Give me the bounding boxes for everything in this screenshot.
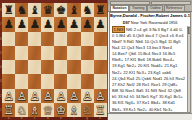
piece-black-r-h8: ♜ xyxy=(95,3,105,17)
piece-black-p-h7: ♟ xyxy=(95,17,105,31)
piece-white-k-e1: ♔ xyxy=(56,103,66,117)
rank-label-4: 4 xyxy=(0,60,2,74)
square-b3[interactable] xyxy=(15,74,28,88)
square-h2[interactable]: ♙ xyxy=(94,89,107,103)
square-c2[interactable]: ♙ xyxy=(28,89,41,103)
square-h8[interactable]: ♜ xyxy=(94,3,107,17)
bottom-pane xyxy=(108,113,192,120)
chess-board: ♜♞♝♛♚♝♞♜♟♟♟♟♟♟♟♟♙♙♙♙♙♙♙♙♖♘♗♕♔♗♘♖ xyxy=(2,3,107,117)
rank-label-8: 8 xyxy=(0,3,2,17)
square-c8[interactable]: ♝ xyxy=(28,3,41,17)
square-e7[interactable]: ♟ xyxy=(54,17,67,31)
piece-black-p-c7: ♟ xyxy=(30,17,40,31)
square-a5[interactable] xyxy=(2,46,15,60)
move-list[interactable]: 1.Nf3 Nf6 2.c4 g6 3.Nc3 Bg7 4.d4 0-0 5.B… xyxy=(111,26,186,112)
square-a6[interactable] xyxy=(2,32,15,46)
notation-pane: Byrne,Donald - Fischer,Robert James 0-1 … xyxy=(109,12,191,113)
piece-white-p-g2: ♙ xyxy=(82,89,92,103)
square-d4[interactable] xyxy=(41,60,54,74)
piece-black-r-a8: ♜ xyxy=(3,3,13,17)
piece-black-p-d7: ♟ xyxy=(43,17,53,31)
tab-notation[interactable]: Notation xyxy=(110,5,129,11)
square-e3[interactable] xyxy=(54,74,67,88)
square-h3[interactable] xyxy=(94,74,107,88)
piece-white-r-h1: ♖ xyxy=(95,103,105,117)
chess-board-frame: ♜♞♝♛♚♝♞♜♟♟♟♟♟♟♟♟♙♙♙♙♙♙♙♙♖♘♗♕♔♗♘♖ a b c d… xyxy=(0,0,107,120)
square-f4[interactable] xyxy=(67,60,80,74)
square-c5[interactable] xyxy=(28,46,41,60)
rank-label-3: 3 xyxy=(0,74,2,88)
rank-label-1: 1 xyxy=(0,103,2,117)
square-c4[interactable] xyxy=(28,60,41,74)
file-label-d: d xyxy=(41,117,54,120)
square-g5[interactable] xyxy=(81,46,94,60)
square-c6[interactable] xyxy=(28,32,41,46)
square-e5[interactable] xyxy=(54,46,67,60)
piece-white-b-f1: ♗ xyxy=(69,103,79,117)
square-f6[interactable] xyxy=(67,32,80,46)
piece-white-q-d1: ♕ xyxy=(43,103,53,117)
piece-black-p-b7: ♟ xyxy=(16,17,26,31)
piece-black-p-g7: ♟ xyxy=(82,17,92,31)
square-b1[interactable]: ♘ xyxy=(15,103,28,117)
square-b4[interactable] xyxy=(15,60,28,74)
square-f7[interactable]: ♟ xyxy=(67,17,80,31)
square-d2[interactable]: ♙ xyxy=(41,89,54,103)
rank-label-7: 7 xyxy=(0,17,2,31)
square-h7[interactable]: ♟ xyxy=(94,17,107,31)
piece-white-p-h2: ♙ xyxy=(95,89,105,103)
file-label-e: e xyxy=(54,117,67,120)
square-f1[interactable]: ♗ xyxy=(67,103,80,117)
square-d5[interactable] xyxy=(41,46,54,60)
square-d6[interactable] xyxy=(41,32,54,46)
square-e1[interactable]: ♔ xyxy=(54,103,67,117)
piece-black-n-b8: ♞ xyxy=(16,3,26,17)
piece-black-k-e8: ♚ xyxy=(56,3,66,17)
event-name: New York Rosenwald 1956 xyxy=(131,20,178,25)
game-event-line: D97 New York Rosenwald 1956 xyxy=(110,20,190,26)
square-f8[interactable]: ♝ xyxy=(67,3,80,17)
square-a7[interactable]: ♟ xyxy=(2,17,15,31)
square-f3[interactable] xyxy=(67,74,80,88)
square-g7[interactable]: ♟ xyxy=(81,17,94,31)
piece-white-p-a2: ♙ xyxy=(3,89,13,103)
game-players-header: Byrne,Donald - Fischer,Robert James 0-1 xyxy=(110,13,190,20)
piece-black-n-g8: ♞ xyxy=(82,3,92,17)
square-d3[interactable] xyxy=(41,74,54,88)
scrollbar-thumb[interactable] xyxy=(188,27,191,34)
movetext[interactable]: Nf6 2.c4 g6 3.Nc3 Bg7 4.d4 0-0 5.Bf4 d5 … xyxy=(112,27,185,113)
rank-label-6: 6 xyxy=(0,32,2,46)
file-label-g: g xyxy=(81,117,94,120)
square-g3[interactable] xyxy=(81,74,94,88)
square-a4[interactable] xyxy=(2,60,15,74)
file-label-h: h xyxy=(94,117,107,120)
square-a2[interactable]: ♙ xyxy=(2,89,15,103)
rank-label-5: 5 xyxy=(0,46,2,60)
square-g6[interactable] xyxy=(81,32,94,46)
rank-coordinates: 8 7 6 5 4 3 2 1 xyxy=(0,3,2,117)
square-d1[interactable]: ♕ xyxy=(41,103,54,117)
file-label-c: c xyxy=(28,117,41,120)
tab-outline[interactable]: Outline xyxy=(147,5,163,11)
chess-app-screen: ♜♞♝♛♚♝♞♜♟♟♟♟♟♟♟♟♙♙♙♙♙♙♙♙♖♘♗♕♔♗♘♖ a b c d… xyxy=(0,0,192,120)
square-b2[interactable]: ♙ xyxy=(15,89,28,103)
square-e2[interactable]: ♙ xyxy=(54,89,67,103)
square-f5[interactable] xyxy=(67,46,80,60)
piece-black-p-e7: ♟ xyxy=(56,17,66,31)
piece-white-b-c1: ♗ xyxy=(30,103,40,117)
square-c1[interactable]: ♗ xyxy=(28,103,41,117)
notation-window: Notation Training Outline Reference Byrn… xyxy=(107,0,192,120)
square-e6[interactable] xyxy=(54,32,67,46)
current-move-highlight[interactable]: 1.Nf3 xyxy=(112,26,125,33)
square-e8[interactable]: ♚ xyxy=(54,3,67,17)
tab-training[interactable]: Training xyxy=(129,5,146,11)
piece-black-b-c8: ♝ xyxy=(30,3,40,17)
square-c7[interactable]: ♟ xyxy=(28,17,41,31)
square-h5[interactable] xyxy=(94,46,107,60)
square-d7[interactable]: ♟ xyxy=(41,17,54,31)
piece-white-n-g1: ♘ xyxy=(82,103,92,117)
square-a8[interactable]: ♜ xyxy=(2,3,15,17)
piece-black-q-d8: ♛ xyxy=(43,3,53,17)
square-h4[interactable] xyxy=(94,60,107,74)
square-a3[interactable] xyxy=(2,74,15,88)
rank-label-2: 2 xyxy=(0,89,2,103)
square-g1[interactable]: ♘ xyxy=(81,103,94,117)
piece-white-n-b1: ♘ xyxy=(16,103,26,117)
square-b7[interactable]: ♟ xyxy=(15,17,28,31)
square-b5[interactable] xyxy=(15,46,28,60)
square-a1[interactable]: ♖ xyxy=(2,103,15,117)
tab-reference[interactable]: Reference xyxy=(164,5,185,11)
file-label-a: a xyxy=(2,117,15,120)
square-d8[interactable]: ♛ xyxy=(41,3,54,17)
square-e4[interactable] xyxy=(54,60,67,74)
piece-white-p-e2: ♙ xyxy=(56,89,66,103)
square-g2[interactable]: ♙ xyxy=(81,89,94,103)
square-f2[interactable]: ♙ xyxy=(67,89,80,103)
square-g8[interactable]: ♞ xyxy=(81,3,94,17)
square-c3[interactable] xyxy=(28,74,41,88)
piece-white-p-f2: ♙ xyxy=(69,89,79,103)
square-g4[interactable] xyxy=(81,60,94,74)
piece-white-p-d2: ♙ xyxy=(43,89,53,103)
piece-black-p-a7: ♟ xyxy=(3,17,13,31)
file-label-b: b xyxy=(15,117,28,120)
eco-code: D97 xyxy=(123,20,130,25)
file-label-f: f xyxy=(67,117,80,120)
notation-tabs: Notation Training Outline Reference xyxy=(108,5,192,12)
square-b6[interactable] xyxy=(15,32,28,46)
square-h1[interactable]: ♖ xyxy=(94,103,107,117)
piece-black-b-f8: ♝ xyxy=(69,3,79,17)
move-list-scrollbar[interactable] xyxy=(187,26,191,112)
piece-black-p-f7: ♟ xyxy=(69,17,79,31)
piece-white-p-b2: ♙ xyxy=(16,89,26,103)
piece-white-r-a1: ♖ xyxy=(3,103,13,117)
square-b8[interactable]: ♞ xyxy=(15,3,28,17)
square-h6[interactable] xyxy=(94,32,107,46)
file-coordinates: a b c d e f g h xyxy=(2,117,107,120)
piece-white-p-c2: ♙ xyxy=(30,89,40,103)
